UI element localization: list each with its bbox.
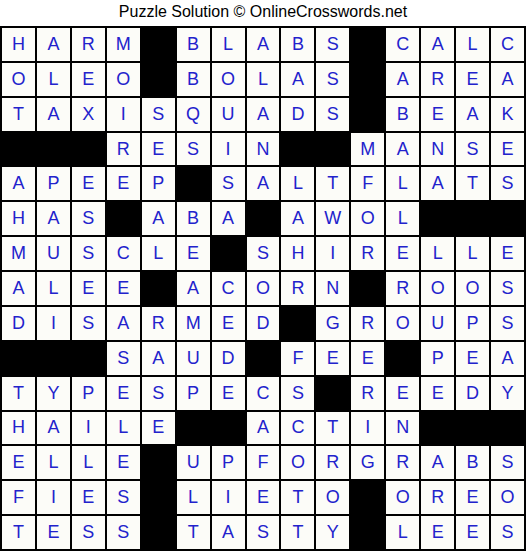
letter-cell-r14c6: L [177, 481, 210, 514]
block-cell-r12c7 [212, 412, 245, 445]
letter-cell-r8c2: L [37, 272, 70, 305]
letter-cell-r8c12: R [386, 272, 419, 305]
letter-cell-r14c3: E [72, 481, 105, 514]
block-cell-r12c15 [491, 412, 524, 445]
block-cell-r6c14 [456, 202, 489, 235]
letter-cell-r4c15: E [491, 133, 524, 166]
letter-cell-r4c14: S [456, 133, 489, 166]
letter-cell-r6c2: A [37, 202, 70, 235]
letter-cell-r10c14: E [456, 342, 489, 375]
letter-cell-r15c13: E [421, 516, 454, 549]
letter-cell-r1c13: A [421, 28, 454, 61]
letter-cell-r8c6: A [177, 272, 210, 305]
letter-cell-r2c7: O [212, 63, 245, 96]
letter-cell-r5c7: S [212, 167, 245, 200]
letter-cell-r1c6: B [177, 28, 210, 61]
letter-cell-r7c8: S [247, 237, 280, 270]
letter-cell-r1c9: B [281, 28, 314, 61]
block-cell-r4c10 [316, 133, 349, 166]
letter-cell-r11c7: E [212, 377, 245, 410]
letter-cell-r14c10: O [316, 481, 349, 514]
letter-cell-r12c1: H [2, 412, 35, 445]
letter-cell-r14c14: E [456, 481, 489, 514]
letter-cell-r12c4: L [107, 412, 140, 445]
letter-cell-r14c8: E [247, 481, 280, 514]
letter-cell-r11c4: E [107, 377, 140, 410]
letter-cell-r14c9: T [281, 481, 314, 514]
letter-cell-r13c10: R [316, 446, 349, 479]
block-cell-r5c6 [177, 167, 210, 200]
letter-cell-r9c4: A [107, 307, 140, 340]
letter-cell-r10c5: A [142, 342, 175, 375]
letter-cell-r5c5: P [142, 167, 175, 200]
letter-cell-r3c8: A [247, 98, 280, 131]
block-cell-r10c12 [386, 342, 419, 375]
letter-cell-r14c15: O [491, 481, 524, 514]
letter-cell-r3c4: I [107, 98, 140, 131]
block-cell-r4c3 [72, 133, 105, 166]
letter-cell-r1c1: H [2, 28, 35, 61]
block-cell-r2c5 [142, 63, 175, 96]
letter-cell-r14c12: O [386, 481, 419, 514]
block-cell-r1c11 [351, 28, 384, 61]
block-cell-r14c11 [351, 481, 384, 514]
letter-cell-r1c3: R [72, 28, 105, 61]
letter-cell-r15c15: S [491, 516, 524, 549]
letter-cell-r2c15: A [491, 63, 524, 96]
letter-cell-r6c12: L [386, 202, 419, 235]
letter-cell-r15c9: T [281, 516, 314, 549]
letter-cell-r7c4: C [107, 237, 140, 270]
letter-cell-r11c12: E [386, 377, 419, 410]
letter-cell-r5c9: L [281, 167, 314, 200]
block-cell-r3c11 [351, 98, 384, 131]
letter-cell-r8c15: S [491, 272, 524, 305]
block-cell-r10c3 [72, 342, 105, 375]
letter-cell-r7c9: H [281, 237, 314, 270]
letter-cell-r13c14: B [456, 446, 489, 479]
letter-cell-r5c12: L [386, 167, 419, 200]
letter-cell-r11c13: E [421, 377, 454, 410]
letter-cell-r13c8: F [247, 446, 280, 479]
letter-cell-r6c3: S [72, 202, 105, 235]
letter-cell-r10c7: D [212, 342, 245, 375]
letter-cell-r8c8: O [247, 272, 280, 305]
letter-cell-r13c7: P [212, 446, 245, 479]
letter-cell-r15c4: S [107, 516, 140, 549]
letter-cell-r7c14: L [456, 237, 489, 270]
block-cell-r13c5 [142, 446, 175, 479]
letter-cell-r6c6: B [177, 202, 210, 235]
letter-cell-r12c12: N [386, 412, 419, 445]
letter-cell-r12c8: A [247, 412, 280, 445]
block-cell-r6c13 [421, 202, 454, 235]
letter-cell-r8c9: R [281, 272, 314, 305]
letter-cell-r15c10: Y [316, 516, 349, 549]
letter-cell-r3c12: B [386, 98, 419, 131]
letter-cell-r6c7: A [212, 202, 245, 235]
letter-cell-r5c8: A [247, 167, 280, 200]
letter-cell-r5c10: T [316, 167, 349, 200]
letter-cell-r11c14: D [456, 377, 489, 410]
letter-cell-r15c8: S [247, 516, 280, 549]
letter-cell-r2c1: O [2, 63, 35, 96]
letter-cell-r7c10: I [316, 237, 349, 270]
letter-cell-r7c13: L [421, 237, 454, 270]
letter-cell-r11c5: S [142, 377, 175, 410]
letter-cell-r15c7: A [212, 516, 245, 549]
letter-cell-r5c11: F [351, 167, 384, 200]
letter-cell-r5c13: A [421, 167, 454, 200]
letter-cell-r3c7: U [212, 98, 245, 131]
letter-cell-r12c5: E [142, 412, 175, 445]
letter-cell-r2c14: E [456, 63, 489, 96]
crossword-grid: HARMBLABSCALCOLEOBOLASAREATAXISQUADSBEAK… [0, 26, 526, 551]
letter-cell-r13c11: G [351, 446, 384, 479]
block-cell-r15c5 [142, 516, 175, 549]
block-cell-r14c5 [142, 481, 175, 514]
letter-cell-r4c11: M [351, 133, 384, 166]
block-cell-r12c6 [177, 412, 210, 445]
letter-cell-r9c2: I [37, 307, 70, 340]
letter-cell-r14c1: F [2, 481, 35, 514]
letter-cell-r1c8: A [247, 28, 280, 61]
letter-cell-r11c15: Y [491, 377, 524, 410]
letter-cell-r12c9: C [281, 412, 314, 445]
letter-cell-r3c14: A [456, 98, 489, 131]
block-cell-r12c13 [421, 412, 454, 445]
letter-cell-r3c1: T [2, 98, 35, 131]
letter-cell-r4c8: N [247, 133, 280, 166]
letter-cell-r9c6: M [177, 307, 210, 340]
letter-cell-r15c12: L [386, 516, 419, 549]
letter-cell-r7c11: R [351, 237, 384, 270]
letter-cell-r11c6: P [177, 377, 210, 410]
block-cell-r8c11 [351, 272, 384, 305]
letter-cell-r10c4: S [107, 342, 140, 375]
block-cell-r10c2 [37, 342, 70, 375]
letter-cell-r1c14: L [456, 28, 489, 61]
letter-cell-r5c3: E [72, 167, 105, 200]
letter-cell-r4c4: R [107, 133, 140, 166]
letter-cell-r2c3: E [72, 63, 105, 96]
letter-cell-r13c3: L [72, 446, 105, 479]
letter-cell-r7c2: U [37, 237, 70, 270]
letter-cell-r12c2: A [37, 412, 70, 445]
letter-cell-r9c1: D [2, 307, 35, 340]
letter-cell-r11c1: T [2, 377, 35, 410]
letter-cell-r7c6: E [177, 237, 210, 270]
letter-cell-r3c6: Q [177, 98, 210, 131]
letter-cell-r7c3: S [72, 237, 105, 270]
letter-cell-r1c4: M [107, 28, 140, 61]
letter-cell-r14c13: R [421, 481, 454, 514]
letter-cell-r9c15: S [491, 307, 524, 340]
letter-cell-r1c12: C [386, 28, 419, 61]
letter-cell-r15c2: E [37, 516, 70, 549]
block-cell-r6c8 [247, 202, 280, 235]
block-cell-r6c4 [107, 202, 140, 235]
letter-cell-r11c8: C [247, 377, 280, 410]
page-title: Puzzle Solution © OnlineCrosswords.net [0, 0, 526, 26]
letter-cell-r15c6: T [177, 516, 210, 549]
letter-cell-r12c3: I [72, 412, 105, 445]
block-cell-r15c11 [351, 516, 384, 549]
letter-cell-r13c1: E [2, 446, 35, 479]
letter-cell-r9c12: O [386, 307, 419, 340]
letter-cell-r8c14: O [456, 272, 489, 305]
puzzle-page: Puzzle Solution © OnlineCrosswords.net H… [0, 0, 526, 551]
letter-cell-r8c7: C [212, 272, 245, 305]
letter-cell-r5c2: P [37, 167, 70, 200]
letter-cell-r8c1: A [2, 272, 35, 305]
letter-cell-r2c8: L [247, 63, 280, 96]
letter-cell-r9c10: G [316, 307, 349, 340]
letter-cell-r10c10: E [316, 342, 349, 375]
letter-cell-r14c2: I [37, 481, 70, 514]
letter-cell-r11c3: P [72, 377, 105, 410]
letter-cell-r14c4: S [107, 481, 140, 514]
letter-cell-r1c15: C [491, 28, 524, 61]
block-cell-r11c10 [316, 377, 349, 410]
block-cell-r2c11 [351, 63, 384, 96]
letter-cell-r9c5: R [142, 307, 175, 340]
letter-cell-r7c5: L [142, 237, 175, 270]
block-cell-r4c2 [37, 133, 70, 166]
letter-cell-r5c4: E [107, 167, 140, 200]
letter-cell-r9c11: R [351, 307, 384, 340]
block-cell-r1c5 [142, 28, 175, 61]
letter-cell-r1c7: L [212, 28, 245, 61]
letter-cell-r14c7: I [212, 481, 245, 514]
letter-cell-r9c14: P [456, 307, 489, 340]
block-cell-r6c15 [491, 202, 524, 235]
letter-cell-r5c15: S [491, 167, 524, 200]
letter-cell-r2c12: A [386, 63, 419, 96]
letter-cell-r13c15: S [491, 446, 524, 479]
letter-cell-r10c13: P [421, 342, 454, 375]
letter-cell-r12c11: I [351, 412, 384, 445]
letter-cell-r4c12: A [386, 133, 419, 166]
letter-cell-r3c2: A [37, 98, 70, 131]
letter-cell-r4c5: E [142, 133, 175, 166]
letter-cell-r13c13: A [421, 446, 454, 479]
letter-cell-r8c3: E [72, 272, 105, 305]
letter-cell-r4c7: I [212, 133, 245, 166]
letter-cell-r15c14: E [456, 516, 489, 549]
letter-cell-r3c15: K [491, 98, 524, 131]
letter-cell-r1c10: S [316, 28, 349, 61]
block-cell-r7c7 [212, 237, 245, 270]
letter-cell-r11c11: R [351, 377, 384, 410]
letter-cell-r8c4: E [107, 272, 140, 305]
letter-cell-r13c6: U [177, 446, 210, 479]
letter-cell-r9c8: D [247, 307, 280, 340]
letter-cell-r13c4: E [107, 446, 140, 479]
letter-cell-r15c3: S [72, 516, 105, 549]
block-cell-r12c14 [456, 412, 489, 445]
letter-cell-r5c14: T [456, 167, 489, 200]
letter-cell-r10c15: A [491, 342, 524, 375]
letter-cell-r10c11: E [351, 342, 384, 375]
block-cell-r8c5 [142, 272, 175, 305]
letter-cell-r3c5: S [142, 98, 175, 131]
letter-cell-r2c10: S [316, 63, 349, 96]
letter-cell-r9c3: S [72, 307, 105, 340]
letter-cell-r8c13: O [421, 272, 454, 305]
letter-cell-r5c1: A [2, 167, 35, 200]
letter-cell-r3c10: S [316, 98, 349, 131]
letter-cell-r1c2: A [37, 28, 70, 61]
letter-cell-r6c9: A [281, 202, 314, 235]
letter-cell-r11c9: S [281, 377, 314, 410]
letter-cell-r9c7: E [212, 307, 245, 340]
letter-cell-r7c12: E [386, 237, 419, 270]
letter-cell-r10c6: U [177, 342, 210, 375]
letter-cell-r10c9: F [281, 342, 314, 375]
letter-cell-r3c3: X [72, 98, 105, 131]
letter-cell-r7c15: E [491, 237, 524, 270]
letter-cell-r2c4: O [107, 63, 140, 96]
block-cell-r9c9 [281, 307, 314, 340]
letter-cell-r2c6: B [177, 63, 210, 96]
letter-cell-r13c9: O [281, 446, 314, 479]
letter-cell-r2c2: L [37, 63, 70, 96]
block-cell-r10c8 [247, 342, 280, 375]
letter-cell-r3c13: E [421, 98, 454, 131]
letter-cell-r15c1: T [2, 516, 35, 549]
letter-cell-r11c2: Y [37, 377, 70, 410]
letter-cell-r8c10: N [316, 272, 349, 305]
letter-cell-r7c1: M [2, 237, 35, 270]
letter-cell-r13c12: R [386, 446, 419, 479]
letter-cell-r2c13: R [421, 63, 454, 96]
letter-cell-r4c6: S [177, 133, 210, 166]
letter-cell-r9c13: U [421, 307, 454, 340]
letter-cell-r12c10: T [316, 412, 349, 445]
block-cell-r10c1 [2, 342, 35, 375]
letter-cell-r3c9: D [281, 98, 314, 131]
letter-cell-r6c1: H [2, 202, 35, 235]
block-cell-r4c9 [281, 133, 314, 166]
block-cell-r4c1 [2, 133, 35, 166]
letter-cell-r6c10: W [316, 202, 349, 235]
letter-cell-r6c11: O [351, 202, 384, 235]
letter-cell-r6c5: A [142, 202, 175, 235]
letter-cell-r2c9: A [281, 63, 314, 96]
letter-cell-r4c13: N [421, 133, 454, 166]
letter-cell-r13c2: L [37, 446, 70, 479]
